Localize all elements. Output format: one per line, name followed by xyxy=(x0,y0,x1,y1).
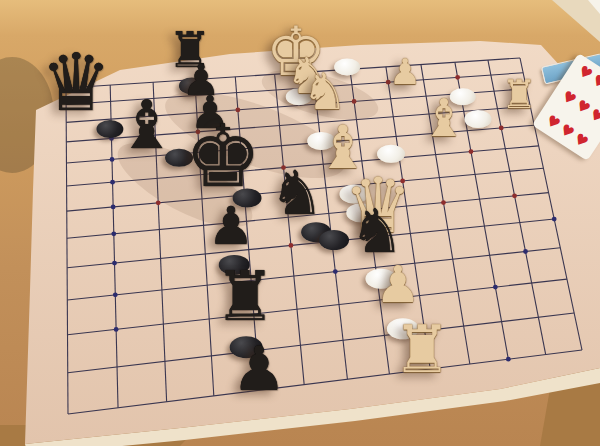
blue-dot xyxy=(493,285,498,290)
red-dot xyxy=(289,243,294,248)
blue-dot xyxy=(113,292,118,297)
blue-dot xyxy=(506,357,511,362)
go-board xyxy=(0,0,600,446)
blue-dot xyxy=(111,231,116,236)
red-dot xyxy=(469,149,474,154)
blue-dot xyxy=(109,136,114,141)
red-dot xyxy=(499,126,504,131)
red-dot xyxy=(512,193,517,198)
blue-dot xyxy=(112,261,117,266)
blue-dot xyxy=(523,249,528,254)
playing-card-group[interactable]: ♥♥♥♥♥♥♥♥♥ xyxy=(536,50,600,140)
red-dot xyxy=(156,200,161,205)
blue-dot xyxy=(110,180,115,185)
red-dot xyxy=(386,80,391,85)
table-edge-top-right xyxy=(552,0,600,42)
red-dot xyxy=(455,75,460,80)
red-dot xyxy=(400,178,405,183)
blue-dot xyxy=(333,269,338,274)
photo-scene: ♥♥♥♥♥♥♥♥♥ ♜♚♟♞♟♜♞♛♟♝♝♝♚♞♛♟♞♟♜♜♟ xyxy=(0,0,600,446)
red-dot xyxy=(441,200,446,205)
blue-dot xyxy=(552,217,557,222)
blue-dot xyxy=(110,157,115,162)
blue-dot xyxy=(114,327,119,332)
blue-dot xyxy=(422,328,427,333)
blue-dot xyxy=(111,205,116,210)
